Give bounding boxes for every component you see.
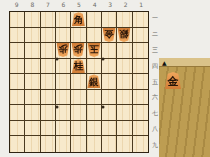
square-6-7[interactable] [56,105,71,121]
shogi-board: 角金銀歩歩玉桂銀 [9,11,149,153]
square-1-1[interactable] [133,12,148,28]
square-7-7[interactable] [41,105,56,121]
square-1-5[interactable] [133,74,148,90]
square-7-9[interactable] [41,136,56,152]
square-7-4[interactable] [41,59,56,75]
square-5-1[interactable]: 角 [71,12,86,28]
square-9-8[interactable] [10,121,25,137]
square-1-9[interactable] [133,136,148,152]
square-8-6[interactable] [25,90,40,106]
star-point-3 [55,105,58,108]
square-9-6[interactable] [10,90,25,106]
star-point-1 [55,58,58,61]
square-7-8[interactable] [41,121,56,137]
piece-white-6三[interactable]: 歩 [57,43,70,57]
square-2-6[interactable] [117,90,132,106]
square-3-3[interactable] [102,43,117,59]
square-3-4[interactable] [102,59,117,75]
square-7-2[interactable] [41,28,56,44]
square-2-1[interactable] [117,12,132,28]
piece-white-3二[interactable]: 金 [103,28,116,42]
square-6-5[interactable] [56,74,71,90]
square-5-8[interactable] [71,121,86,137]
square-5-7[interactable] [71,105,86,121]
black-hand-tray: ▲ 金 [159,58,210,157]
file-label-8: 8 [25,0,41,10]
piece-black-4五[interactable]: 銀 [87,74,100,88]
square-3-9[interactable] [102,136,117,152]
piece-kanji: 銀 [120,28,130,41]
file-label-3: 3 [102,0,118,10]
square-5-5[interactable] [71,74,86,90]
square-5-4[interactable]: 桂 [71,59,86,75]
square-2-8[interactable] [117,121,132,137]
square-8-5[interactable] [25,74,40,90]
square-6-6[interactable] [56,90,71,106]
tray-wood-grain [159,58,210,157]
square-7-6[interactable] [41,90,56,106]
piece-kanji: 桂 [74,60,84,73]
tray-header-bar: ▲ [159,58,210,67]
board-grid: 角金銀歩歩玉桂銀 [10,12,148,152]
square-9-7[interactable] [10,105,25,121]
hand-piece-kanji: 金 [168,74,179,89]
piece-white-4三[interactable]: 玉 [87,43,100,57]
star-point-4 [102,105,105,108]
file-labels: 987654321 [9,0,149,10]
square-2-2[interactable]: 銀 [117,28,132,44]
square-2-5[interactable] [117,74,132,90]
square-9-3[interactable] [10,43,25,59]
square-1-2[interactable] [133,28,148,44]
file-label-9: 9 [9,0,25,10]
square-8-9[interactable] [25,136,40,152]
piece-black-5一[interactable]: 角 [72,12,85,26]
square-8-1[interactable] [25,12,40,28]
square-6-2[interactable] [56,28,71,44]
square-4-3[interactable]: 玉 [87,43,102,59]
rank-label-3: 三 [150,43,160,59]
square-4-8[interactable] [87,121,102,137]
square-1-7[interactable] [133,105,148,121]
square-1-6[interactable] [133,90,148,106]
square-3-1[interactable] [102,12,117,28]
rank-label-2: 二 [150,27,160,43]
piece-black-5四[interactable]: 桂 [72,59,85,73]
square-9-1[interactable] [10,12,25,28]
square-7-5[interactable] [41,74,56,90]
square-4-6[interactable] [87,90,102,106]
square-5-6[interactable] [71,90,86,106]
square-6-3[interactable]: 歩 [56,43,71,59]
piece-white-2二[interactable]: 銀 [118,28,131,42]
file-label-6: 6 [56,0,72,10]
square-9-4[interactable] [10,59,25,75]
square-8-2[interactable] [25,28,40,44]
square-6-9[interactable] [56,136,71,152]
square-3-5[interactable] [102,74,117,90]
square-6-8[interactable] [56,121,71,137]
square-8-8[interactable] [25,121,40,137]
file-label-7: 7 [40,0,56,10]
square-1-3[interactable] [133,43,148,59]
shogi-diagram: 987654321 角金銀歩歩玉桂銀 一二三四五六七八九 ▲ 金 [0,0,210,157]
file-label-1: 1 [134,0,150,10]
square-2-4[interactable] [117,59,132,75]
square-4-9[interactable] [87,136,102,152]
square-1-8[interactable] [133,121,148,137]
square-4-2[interactable] [87,28,102,44]
square-8-3[interactable] [25,43,40,59]
square-9-9[interactable] [10,136,25,152]
square-9-5[interactable] [10,74,25,90]
file-label-2: 2 [118,0,134,10]
square-3-2[interactable]: 金 [102,28,117,44]
square-4-4[interactable] [87,59,102,75]
piece-kanji: 歩 [74,43,84,56]
square-2-7[interactable] [117,105,132,121]
square-2-3[interactable] [117,43,132,59]
piece-kanji: 金 [104,28,114,41]
square-8-4[interactable] [25,59,40,75]
square-8-7[interactable] [25,105,40,121]
piece-kanji: 角 [74,14,84,27]
square-3-8[interactable] [102,121,117,137]
square-5-2[interactable] [71,28,86,44]
square-4-7[interactable] [87,105,102,121]
square-4-1[interactable] [87,12,102,28]
file-label-5: 5 [71,0,87,10]
piece-kanji: 歩 [58,43,68,56]
piece-white-5三[interactable]: 歩 [72,43,85,57]
star-point-2 [102,58,105,61]
square-6-4[interactable] [56,59,71,75]
square-3-6[interactable] [102,90,117,106]
piece-kanji: 玉 [89,43,99,56]
piece-kanji: 銀 [89,76,99,89]
file-label-4: 4 [87,0,103,10]
square-5-3[interactable]: 歩 [71,43,86,59]
square-6-1[interactable] [56,12,71,28]
square-9-2[interactable] [10,28,25,44]
square-4-5[interactable]: 銀 [87,74,102,90]
square-7-1[interactable] [41,12,56,28]
black-player-marker: ▲ [162,59,167,67]
square-5-9[interactable] [71,136,86,152]
square-1-4[interactable] [133,59,148,75]
rank-label-1: 一 [150,11,160,27]
square-2-9[interactable] [117,136,132,152]
square-7-3[interactable] [41,43,56,59]
